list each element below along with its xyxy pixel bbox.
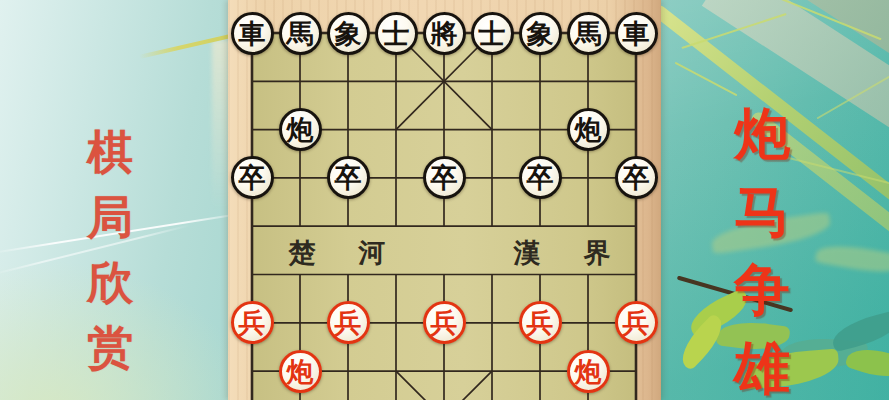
- piece-red-cannon[interactable]: 炮: [279, 350, 322, 393]
- banner-char: 局: [85, 185, 135, 250]
- banner-char: 马: [733, 172, 791, 250]
- banner-char: 雄: [733, 328, 791, 400]
- piece-red-soldier[interactable]: 兵: [231, 301, 274, 344]
- banner-char: 棋: [85, 120, 135, 185]
- piece-black-general[interactable]: 將: [423, 12, 466, 55]
- left-banner: 棋 局 欣 赏: [85, 120, 135, 380]
- piece-black-soldier[interactable]: 卒: [327, 156, 370, 199]
- right-banner: 炮 马 争 雄: [733, 94, 791, 400]
- piece-black-soldier[interactable]: 卒: [423, 156, 466, 199]
- piece-black-soldier[interactable]: 卒: [519, 156, 562, 199]
- screenshot: 棋 局 欣 赏 炮 马 争 雄: [0, 0, 889, 400]
- bamboo-leaf: [815, 240, 889, 277]
- piece-black-cannon[interactable]: 炮: [567, 108, 610, 151]
- xiangqi-board[interactable]: 楚 河 漢 界 車馬象士將士象馬車炮炮卒卒卒卒卒兵兵兵兵兵炮炮: [228, 0, 661, 400]
- piece-black-chariot[interactable]: 車: [231, 12, 274, 55]
- pieces-layer: 車馬象士將士象馬車炮炮卒卒卒卒卒兵兵兵兵兵炮炮: [228, 0, 661, 400]
- piece-black-horse[interactable]: 馬: [279, 12, 322, 55]
- piece-red-soldier[interactable]: 兵: [519, 301, 562, 344]
- piece-black-elephant[interactable]: 象: [519, 12, 562, 55]
- piece-black-cannon[interactable]: 炮: [279, 108, 322, 151]
- banner-char: 炮: [733, 94, 791, 172]
- piece-red-soldier[interactable]: 兵: [327, 301, 370, 344]
- banner-char: 赏: [85, 315, 135, 380]
- banner-char: 争: [733, 250, 791, 328]
- piece-red-cannon[interactable]: 炮: [567, 350, 610, 393]
- background-light-sliver: [212, 40, 229, 210]
- piece-black-horse[interactable]: 馬: [567, 12, 610, 55]
- piece-black-advisor[interactable]: 士: [375, 12, 418, 55]
- piece-black-soldier[interactable]: 卒: [615, 156, 658, 199]
- piece-black-advisor[interactable]: 士: [471, 12, 514, 55]
- piece-red-soldier[interactable]: 兵: [423, 301, 466, 344]
- banner-char: 欣: [85, 250, 135, 315]
- piece-red-soldier[interactable]: 兵: [615, 301, 658, 344]
- piece-black-chariot[interactable]: 車: [615, 12, 658, 55]
- piece-black-soldier[interactable]: 卒: [231, 156, 274, 199]
- piece-black-elephant[interactable]: 象: [327, 12, 370, 55]
- leaf: [829, 310, 889, 352]
